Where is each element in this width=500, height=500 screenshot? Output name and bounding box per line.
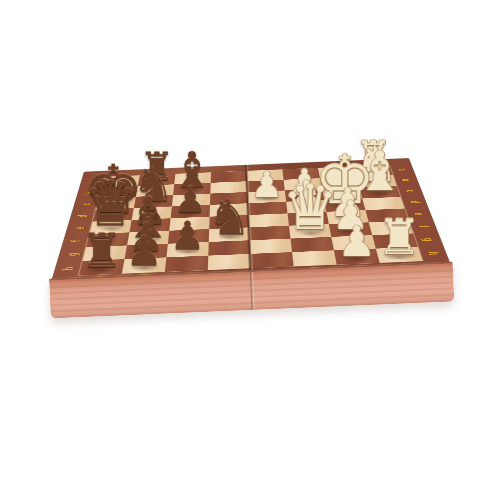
product-photo: 87654321 abcdefgh abcdefgh ♜♜♞♞♝♝♛♚♟♟♟♟♟… — [0, 0, 500, 500]
piece-white-pawn-h2[interactable]: ♟ — [338, 221, 376, 263]
piece-black-rook-h8[interactable]: ♜ — [80, 227, 122, 274]
piece-black-pawn-g6[interactable]: ♟ — [170, 217, 205, 256]
board-tilt-wrapper: 87654321 abcdefgh abcdefgh — [0, 0, 500, 500]
piece-black-pawn-d6[interactable]: ♟ — [174, 181, 206, 217]
box-front-seam — [250, 272, 255, 310]
piece-black-knight-f5[interactable]: ♞ — [207, 193, 251, 242]
piece-white-pawn-c4[interactable]: ♟ — [251, 167, 283, 202]
piece-white-rook-h1[interactable]: ♜ — [377, 214, 421, 263]
piece-black-pawn-h7[interactable]: ♟ — [126, 231, 163, 272]
piece-white-queen-f3[interactable]: ♛ — [282, 177, 338, 239]
